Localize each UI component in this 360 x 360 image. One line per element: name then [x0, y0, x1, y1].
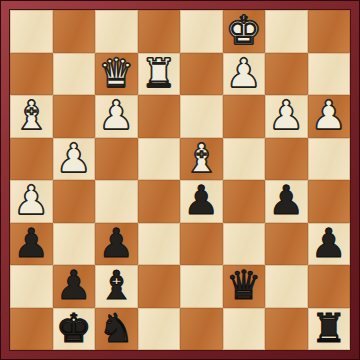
square-f8[interactable]: ♚ — [223, 10, 266, 53]
square-f4[interactable] — [223, 180, 266, 223]
piece-black-pawn[interactable]: ♟ — [13, 223, 49, 263]
square-a4[interactable]: ♟ — [10, 180, 53, 223]
piece-black-pawn[interactable]: ♟ — [311, 223, 347, 263]
square-g2[interactable] — [265, 265, 308, 308]
square-c8[interactable] — [95, 10, 138, 53]
square-b7[interactable] — [53, 53, 96, 96]
square-a3[interactable]: ♟ — [10, 223, 53, 266]
square-f2[interactable]: ♛ — [223, 265, 266, 308]
square-d8[interactable] — [138, 10, 181, 53]
square-c2[interactable]: ♝ — [95, 265, 138, 308]
square-b2[interactable]: ♟ — [53, 265, 96, 308]
square-c3[interactable]: ♟ — [95, 223, 138, 266]
square-c1[interactable]: ♞ — [95, 308, 138, 351]
square-d1[interactable] — [138, 308, 181, 351]
square-e6[interactable] — [180, 95, 223, 138]
piece-black-bishop[interactable]: ♝ — [98, 265, 134, 305]
chess-board: ♚♛♜♟♝♟♟♟♟♝♟♟♟♟♟♟♟♝♛♚♞♜ — [10, 10, 350, 350]
piece-white-pawn[interactable]: ♟ — [56, 138, 92, 178]
square-f3[interactable] — [223, 223, 266, 266]
square-c6[interactable]: ♟ — [95, 95, 138, 138]
square-c5[interactable] — [95, 138, 138, 181]
square-g5[interactable] — [265, 138, 308, 181]
square-e5[interactable]: ♝ — [180, 138, 223, 181]
square-b8[interactable] — [53, 10, 96, 53]
square-h5[interactable] — [308, 138, 351, 181]
square-b4[interactable] — [53, 180, 96, 223]
square-f1[interactable] — [223, 308, 266, 351]
square-b5[interactable]: ♟ — [53, 138, 96, 181]
piece-white-king[interactable]: ♚ — [226, 10, 262, 50]
square-h7[interactable] — [308, 53, 351, 96]
piece-white-queen[interactable]: ♛ — [98, 53, 134, 93]
square-h8[interactable] — [308, 10, 351, 53]
square-c4[interactable] — [95, 180, 138, 223]
square-b6[interactable] — [53, 95, 96, 138]
square-d4[interactable] — [138, 180, 181, 223]
square-a8[interactable] — [10, 10, 53, 53]
square-e7[interactable] — [180, 53, 223, 96]
square-e4[interactable]: ♟ — [180, 180, 223, 223]
square-b1[interactable]: ♚ — [53, 308, 96, 351]
square-a6[interactable]: ♝ — [10, 95, 53, 138]
piece-black-king[interactable]: ♚ — [56, 308, 92, 348]
piece-white-pawn[interactable]: ♟ — [311, 95, 347, 135]
square-d5[interactable] — [138, 138, 181, 181]
square-g4[interactable]: ♟ — [265, 180, 308, 223]
piece-white-pawn[interactable]: ♟ — [226, 53, 262, 93]
square-h4[interactable] — [308, 180, 351, 223]
piece-white-bishop[interactable]: ♝ — [13, 95, 49, 135]
square-b3[interactable] — [53, 223, 96, 266]
piece-black-pawn[interactable]: ♟ — [98, 223, 134, 263]
piece-white-pawn[interactable]: ♟ — [13, 180, 49, 220]
piece-black-pawn[interactable]: ♟ — [56, 265, 92, 305]
square-g8[interactable] — [265, 10, 308, 53]
square-e2[interactable] — [180, 265, 223, 308]
board-frame: ♚♛♜♟♝♟♟♟♟♝♟♟♟♟♟♟♟♝♛♚♞♜ — [0, 0, 360, 360]
square-a7[interactable] — [10, 53, 53, 96]
piece-white-pawn[interactable]: ♟ — [98, 95, 134, 135]
piece-black-knight[interactable]: ♞ — [98, 308, 134, 348]
square-f6[interactable] — [223, 95, 266, 138]
square-h6[interactable]: ♟ — [308, 95, 351, 138]
square-c7[interactable]: ♛ — [95, 53, 138, 96]
square-f5[interactable] — [223, 138, 266, 181]
piece-white-bishop[interactable]: ♝ — [183, 138, 219, 178]
square-a1[interactable] — [10, 308, 53, 351]
square-h1[interactable]: ♜ — [308, 308, 351, 351]
piece-white-rook[interactable]: ♜ — [141, 53, 177, 93]
piece-white-pawn[interactable]: ♟ — [268, 95, 304, 135]
square-g6[interactable]: ♟ — [265, 95, 308, 138]
piece-black-queen[interactable]: ♛ — [226, 265, 262, 305]
square-d2[interactable] — [138, 265, 181, 308]
square-g3[interactable] — [265, 223, 308, 266]
square-h2[interactable] — [308, 265, 351, 308]
square-e3[interactable] — [180, 223, 223, 266]
square-f7[interactable]: ♟ — [223, 53, 266, 96]
piece-black-pawn[interactable]: ♟ — [268, 180, 304, 220]
square-a5[interactable] — [10, 138, 53, 181]
piece-black-rook[interactable]: ♜ — [311, 308, 347, 348]
square-a2[interactable] — [10, 265, 53, 308]
square-e1[interactable] — [180, 308, 223, 351]
square-g1[interactable] — [265, 308, 308, 351]
square-d6[interactable] — [138, 95, 181, 138]
square-h3[interactable]: ♟ — [308, 223, 351, 266]
square-d3[interactable] — [138, 223, 181, 266]
piece-black-pawn[interactable]: ♟ — [183, 180, 219, 220]
square-d7[interactable]: ♜ — [138, 53, 181, 96]
square-e8[interactable] — [180, 10, 223, 53]
square-g7[interactable] — [265, 53, 308, 96]
